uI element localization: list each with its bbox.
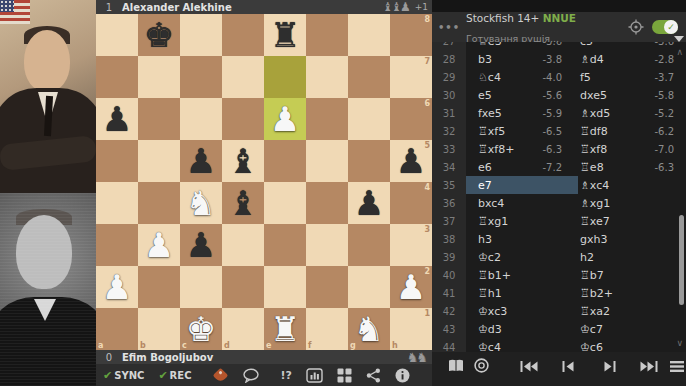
- move-number: 39: [432, 248, 466, 266]
- rec-toggle[interactable]: ✔ REC: [158, 369, 191, 382]
- move-row-40: 40♖b1+♖b7: [432, 266, 686, 284]
- black-half: c5-3.6: [578, 42, 686, 50]
- black-half: f5-3.7: [578, 68, 686, 86]
- black-eval: -3.7: [638, 72, 686, 83]
- rec-check-icon: ✔: [158, 369, 167, 382]
- move-number: 31: [432, 104, 466, 122]
- black-half: gxh3: [578, 230, 686, 248]
- collapse-arrow-icon[interactable]: [674, 36, 684, 42]
- rank-label-4: 4: [424, 183, 430, 192]
- bottom-player-bar: 0 Efim Bogoljubov ♞♞: [96, 350, 432, 364]
- square-c8[interactable]: [180, 14, 222, 56]
- white-eval: -5.6: [524, 90, 578, 101]
- white-move[interactable]: e7: [466, 179, 524, 192]
- black-eval: -7.0: [638, 144, 686, 155]
- tag-button[interactable]: [215, 370, 226, 381]
- step-forward-icon: [604, 360, 616, 373]
- white-half: fxe5-5.9: [466, 104, 578, 122]
- black-move[interactable]: ♖xe7: [578, 215, 638, 228]
- speech-bubble-icon: [242, 368, 260, 383]
- white-half: ♔c4: [466, 338, 578, 352]
- piece-white-knight[interactable]: ♞: [180, 182, 222, 224]
- square-f8[interactable]: [306, 14, 348, 56]
- engine-header: ••• Stockfish 14+ NNUE Готування рушія..…: [432, 12, 686, 42]
- square-e6[interactable]: ♟: [264, 98, 306, 140]
- material-advantage: +1: [415, 2, 428, 12]
- square-a7[interactable]: [96, 56, 138, 98]
- photo-alekhine: [0, 0, 96, 193]
- move-number: 30: [432, 86, 466, 104]
- white-half: bxc4: [466, 194, 578, 212]
- black-move[interactable]: ♗xd5: [578, 107, 638, 120]
- black-half: ♔c7: [578, 320, 686, 338]
- white-eval: -3.6: [524, 42, 578, 47]
- square-a1[interactable]: a: [96, 308, 138, 350]
- white-half: ♖xf8+-6.3: [466, 140, 578, 158]
- white-move[interactable]: ♖b1+: [466, 269, 524, 282]
- white-eval: -5.9: [524, 108, 578, 119]
- black-move[interactable]: ♗xg1: [578, 197, 638, 210]
- move-number: 36: [432, 194, 466, 212]
- move-number: 44: [432, 338, 466, 352]
- white-eval: -6.5: [524, 126, 578, 137]
- black-half: ♗xg1: [578, 194, 686, 212]
- white-move[interactable]: ♔c4: [466, 341, 524, 353]
- white-move[interactable]: e5: [466, 89, 524, 102]
- move-number: 40: [432, 266, 466, 284]
- square-d5[interactable]: ♝: [222, 140, 264, 182]
- layout-button[interactable]: [337, 368, 352, 383]
- black-eval: -5.8: [638, 90, 686, 101]
- black-move[interactable]: ♔c7: [578, 323, 638, 336]
- white-half: ♖xg1: [466, 212, 578, 230]
- black-eval: -6.2: [638, 126, 686, 137]
- target-icon[interactable]: [628, 19, 644, 35]
- white-move[interactable]: ♔xc3: [466, 305, 524, 318]
- sync-toggle[interactable]: ✔ SYNC: [103, 369, 144, 382]
- us-flag: [0, 0, 30, 24]
- prev-move-button[interactable]: [562, 358, 574, 377]
- piece-white-king[interactable]: ♚: [180, 308, 222, 350]
- move-row-30: 30e5-5.6dxe5-5.8: [432, 86, 686, 104]
- chess-analysis-app: 1 Alexander Alekhine ♝♝♟ +1 ♚♜87♟♟6♟♝5♟♞…: [0, 0, 686, 386]
- captured-pieces-bottom: ♞♞: [407, 350, 426, 365]
- info-icon: [395, 368, 410, 383]
- white-move[interactable]: ♔d3: [466, 323, 524, 336]
- square-c5[interactable]: ♟: [180, 140, 222, 182]
- share-button[interactable]: [366, 368, 381, 383]
- square-b6[interactable]: [138, 98, 180, 140]
- move-row-27: 27♕e3-3.6c5-3.6: [432, 42, 686, 50]
- black-eval: -3.6: [638, 42, 686, 47]
- move-row-44: 44♔c4♔c6: [432, 338, 686, 352]
- white-half: ♖h1: [466, 284, 578, 302]
- square-f7[interactable]: [306, 56, 348, 98]
- move-number: 42: [432, 302, 466, 320]
- white-half: ♖xf5-6.5: [466, 122, 578, 140]
- black-half: ♔c6: [578, 338, 686, 352]
- square-g8[interactable]: [348, 14, 390, 56]
- move-row-39: 39♔c2h2: [432, 248, 686, 266]
- menu-icon: [670, 360, 684, 373]
- engine-toggle[interactable]: ✓: [652, 20, 678, 34]
- black-half: ♖b2+: [578, 284, 686, 302]
- square-f3[interactable]: [306, 224, 348, 266]
- square-a3[interactable]: [96, 224, 138, 266]
- engine-menu-dots-icon[interactable]: •••: [432, 22, 466, 33]
- square-h4[interactable]: 4: [390, 182, 432, 224]
- move-row-31: 31fxe5-5.9♗xd5-5.2: [432, 104, 686, 122]
- square-g4[interactable]: ♟: [348, 182, 390, 224]
- top-player-name: Alexander Alekhine: [122, 2, 382, 13]
- piece-white-rook[interactable]: ♜: [264, 308, 306, 350]
- square-d1[interactable]: d: [222, 308, 264, 350]
- record-disc-button[interactable]: [474, 358, 489, 377]
- file-label-b: b: [140, 341, 146, 350]
- chess-board[interactable]: ♚♜87♟♟6♟♝5♟♞♝♟4♟♟3♟2♟abc♚de♜fg♞1h: [96, 14, 432, 350]
- white-half: ♔c2: [466, 248, 578, 266]
- share-icon: [366, 368, 381, 383]
- white-half: e6-7.2: [466, 158, 578, 176]
- white-half: ♘c4-4.0: [466, 68, 578, 86]
- black-half: ♖xe7: [578, 212, 686, 230]
- scroll-down-icon[interactable]: ∨: [676, 338, 683, 348]
- square-g3[interactable]: [348, 224, 390, 266]
- square-c2[interactable]: [180, 266, 222, 308]
- rank-label-7: 7: [424, 57, 430, 66]
- sync-check-icon: ✔: [103, 369, 112, 382]
- square-h3[interactable]: 3: [390, 224, 432, 266]
- move-row-38: 38h3gxh3: [432, 230, 686, 248]
- black-half: ♖df8-6.2: [578, 122, 686, 140]
- square-f2[interactable]: [306, 266, 348, 308]
- captured-pieces-top: ♝♝♟: [382, 0, 408, 14]
- black-half: ♗xd5-5.2: [578, 104, 686, 122]
- piece-black-king[interactable]: ♚: [138, 14, 180, 56]
- white-eval: -7.2: [524, 162, 578, 173]
- move-row-36: 36bxc4♗xg1: [432, 194, 686, 212]
- square-b1[interactable]: b: [138, 308, 180, 350]
- black-move[interactable]: c5: [578, 42, 638, 48]
- white-move[interactable]: b3: [466, 53, 524, 66]
- white-half: e7: [466, 176, 578, 194]
- piece-black-pawn[interactable]: ♟: [348, 182, 390, 224]
- black-half: ♖xf8-7.0: [578, 140, 686, 158]
- square-b8[interactable]: ♚: [138, 14, 180, 56]
- move-row-42: 42♔xc3♖xa2: [432, 302, 686, 320]
- black-move[interactable]: f5: [578, 71, 638, 84]
- piece-black-bishop[interactable]: ♝: [222, 140, 264, 182]
- book-icon: [448, 359, 464, 373]
- player-photos: [0, 0, 96, 386]
- white-half: ♔d3: [466, 320, 578, 338]
- move-number: 27: [432, 42, 466, 50]
- white-half: ♕e3-3.6: [466, 42, 578, 50]
- rank-label-8: 8: [424, 15, 430, 24]
- black-half: h2: [578, 248, 686, 266]
- rank-label-1: 1: [424, 309, 430, 318]
- square-d8[interactable]: [222, 14, 264, 56]
- square-h1[interactable]: 1h: [390, 308, 432, 350]
- bottom-player-name: Efim Bogoljubov: [122, 352, 407, 363]
- square-c1[interactable]: c♚: [180, 308, 222, 350]
- square-b7[interactable]: [138, 56, 180, 98]
- black-half: ♗d4-2.8: [578, 50, 686, 68]
- square-c4[interactable]: ♞: [180, 182, 222, 224]
- white-half: e5-5.6: [466, 86, 578, 104]
- white-half: h3: [466, 230, 578, 248]
- next-move-button[interactable]: [604, 358, 616, 377]
- black-move[interactable]: ♖b7: [578, 269, 638, 282]
- black-half: dxe5-5.8: [578, 86, 686, 104]
- move-row-32: 32♖xf5-6.5♖df8-6.2: [432, 122, 686, 140]
- square-a4[interactable]: [96, 182, 138, 224]
- black-half: ♖b7: [578, 266, 686, 284]
- square-h7[interactable]: 7: [390, 56, 432, 98]
- move-row-34: 34e6-7.2♖e8-6.3: [432, 158, 686, 176]
- piece-black-bishop[interactable]: ♝: [222, 182, 264, 224]
- square-b5[interactable]: [138, 140, 180, 182]
- move-number: 32: [432, 122, 466, 140]
- top-player-index: 1: [96, 2, 122, 13]
- square-e8[interactable]: ♜: [264, 14, 306, 56]
- square-g1[interactable]: g♞: [348, 308, 390, 350]
- move-row-35: 35e7♗xc4: [432, 176, 686, 194]
- black-move[interactable]: ♖b2+: [578, 287, 638, 300]
- black-eval: -5.2: [638, 108, 686, 119]
- piece-white-pawn[interactable]: ♟: [264, 98, 306, 140]
- move-number: 29: [432, 68, 466, 86]
- menu-button[interactable]: [670, 358, 684, 377]
- square-g5[interactable]: [348, 140, 390, 182]
- square-d4[interactable]: ♝: [222, 182, 264, 224]
- square-f1[interactable]: f: [306, 308, 348, 350]
- skip-start-icon: [520, 360, 538, 373]
- square-h5[interactable]: 5♟: [390, 140, 432, 182]
- black-half: ♗xc4: [578, 176, 686, 194]
- black-move[interactable]: ♖e8: [578, 161, 638, 174]
- move-row-33: 33♖xf8+-6.3♖xf8-7.0: [432, 140, 686, 158]
- square-c3[interactable]: ♟: [180, 224, 222, 266]
- move-row-29: 29♘c4-4.0f5-3.7: [432, 68, 686, 86]
- move-row-37: 37♖xg1♖xe7: [432, 212, 686, 230]
- info-button[interactable]: [395, 368, 410, 383]
- bar-chart-icon: [306, 368, 323, 383]
- square-f5[interactable]: [306, 140, 348, 182]
- file-label-f: f: [308, 341, 311, 350]
- black-half: ♖e8-6.3: [578, 158, 686, 176]
- black-eval: -6.3: [638, 162, 686, 173]
- square-d7[interactable]: [222, 56, 264, 98]
- toggle-check: ✓: [664, 20, 678, 34]
- black-move[interactable]: gxh3: [578, 233, 638, 246]
- black-half: ♖xa2: [578, 302, 686, 320]
- white-half: ♖b1+: [466, 266, 578, 284]
- move-number: 28: [432, 50, 466, 68]
- board-column: 1 Alexander Alekhine ♝♝♟ +1 ♚♜87♟♟6♟♝5♟♞…: [96, 0, 432, 386]
- file-label-h: h: [392, 341, 398, 350]
- rank-label-3: 3: [424, 225, 430, 234]
- black-move[interactable]: ♗xc4: [578, 179, 638, 192]
- white-move[interactable]: ♖xg1: [466, 215, 524, 228]
- move-number: 38: [432, 230, 466, 248]
- white-move[interactable]: h3: [466, 233, 524, 246]
- grid-icon: [337, 368, 352, 383]
- top-player-bar: 1 Alexander Alekhine ♝♝♟ +1: [96, 0, 432, 14]
- piece-black-rook[interactable]: ♜: [264, 14, 306, 56]
- engine-nnue-badge: NNUE: [543, 12, 576, 24]
- white-half: ♔xc3: [466, 302, 578, 320]
- white-move[interactable]: bxc4: [466, 197, 524, 210]
- piece-white-pawn[interactable]: ♟: [138, 224, 180, 266]
- square-h8[interactable]: 8: [390, 14, 432, 56]
- square-g2[interactable]: [348, 266, 390, 308]
- move-row-41: 41♖h1♖b2+: [432, 284, 686, 302]
- disc-icon: [474, 358, 489, 373]
- rank-label-6: 6: [424, 99, 430, 108]
- black-move[interactable]: h2: [578, 251, 638, 264]
- black-move[interactable]: ♖xf8: [578, 143, 638, 156]
- square-e2[interactable]: [264, 266, 306, 308]
- square-f4[interactable]: [306, 182, 348, 224]
- piece-white-pawn[interactable]: ♟: [96, 266, 138, 308]
- square-e4[interactable]: [264, 182, 306, 224]
- tag-icon: [213, 367, 229, 383]
- move-number: 33: [432, 140, 466, 158]
- comment-button[interactable]: [242, 368, 260, 383]
- engine-name: Stockfish 14+ NNUE: [466, 12, 576, 24]
- black-move[interactable]: ♗d4: [578, 53, 638, 66]
- square-c7[interactable]: [180, 56, 222, 98]
- black-move[interactable]: ♖xa2: [578, 305, 638, 318]
- media-toolbar: [432, 352, 686, 386]
- square-e7[interactable]: [264, 56, 306, 98]
- board-toolbar: ✔ SYNC ✔ REC !?: [96, 364, 432, 386]
- white-move[interactable]: ♖h1: [466, 287, 524, 300]
- move-row-28: 28b3-3.8♗d4-2.8: [432, 50, 686, 68]
- white-move[interactable]: ♘c4: [466, 71, 524, 84]
- white-move[interactable]: ♖xf5: [466, 125, 524, 138]
- square-g7[interactable]: [348, 56, 390, 98]
- step-back-icon: [562, 360, 574, 373]
- last-move-button[interactable]: [640, 358, 658, 377]
- square-c6[interactable]: [180, 98, 222, 140]
- engine-panel: ••• Stockfish 14+ NNUE Готування рушія..…: [432, 0, 686, 386]
- square-b4[interactable]: [138, 182, 180, 224]
- square-e1[interactable]: e♜: [264, 308, 306, 350]
- first-move-button[interactable]: [520, 358, 538, 377]
- square-b3[interactable]: ♟: [138, 224, 180, 266]
- square-a5[interactable]: [96, 140, 138, 182]
- white-move[interactable]: fxe5: [466, 107, 524, 120]
- white-eval: -6.3: [524, 144, 578, 155]
- white-move[interactable]: ♔c2: [466, 251, 524, 264]
- move-number: 41: [432, 284, 466, 302]
- square-d3[interactable]: [222, 224, 264, 266]
- bottom-player-index: 0: [96, 352, 122, 363]
- square-d2[interactable]: [222, 266, 264, 308]
- black-move[interactable]: dxe5: [578, 89, 638, 102]
- annotate-button[interactable]: !?: [280, 369, 291, 382]
- square-d6[interactable]: [222, 98, 264, 140]
- white-eval: -3.8: [524, 54, 578, 65]
- chart-button[interactable]: [306, 368, 323, 383]
- move-number: 35: [432, 176, 466, 194]
- white-move[interactable]: ♖xf8+: [466, 143, 524, 156]
- move-list: 27♕e3-3.6c5-3.628b3-3.8♗d4-2.829♘c4-4.0f…: [432, 42, 686, 352]
- square-b2[interactable]: [138, 266, 180, 308]
- white-move[interactable]: ♕e3: [466, 42, 524, 48]
- square-a8[interactable]: [96, 14, 138, 56]
- piece-white-pawn[interactable]: ♟: [390, 266, 432, 308]
- piece-black-pawn[interactable]: ♟: [180, 140, 222, 182]
- white-half: b3-3.8: [466, 50, 578, 68]
- file-label-a: a: [98, 341, 103, 350]
- white-move[interactable]: e6: [466, 161, 524, 174]
- black-move[interactable]: ♖df8: [578, 125, 638, 138]
- square-e3[interactable]: [264, 224, 306, 266]
- book-button[interactable]: [448, 358, 464, 377]
- square-f6[interactable]: [306, 98, 348, 140]
- black-move[interactable]: ♔c6: [578, 341, 638, 353]
- piece-black-pawn[interactable]: ♟: [180, 224, 222, 266]
- move-row-43: 43♔d3♔c7: [432, 320, 686, 338]
- move-number: 37: [432, 212, 466, 230]
- square-a2[interactable]: ♟: [96, 266, 138, 308]
- move-number: 34: [432, 158, 466, 176]
- square-h2[interactable]: 2♟: [390, 266, 432, 308]
- file-label-d: d: [224, 341, 230, 350]
- white-eval: -4.0: [524, 72, 578, 83]
- move-number: 43: [432, 320, 466, 338]
- piece-black-pawn[interactable]: ♟: [390, 140, 432, 182]
- skip-end-icon: [640, 360, 658, 373]
- scrollbar-thumb[interactable]: [679, 215, 684, 305]
- square-a6[interactable]: ♟: [96, 98, 138, 140]
- scroll-up-icon[interactable]: ∧: [676, 47, 683, 57]
- piece-black-pawn[interactable]: ♟: [96, 98, 138, 140]
- photo-bogoljubov: [0, 193, 96, 386]
- square-e5[interactable]: [264, 140, 306, 182]
- square-h6[interactable]: 6: [390, 98, 432, 140]
- square-g6[interactable]: [348, 98, 390, 140]
- piece-white-knight[interactable]: ♞: [348, 308, 390, 350]
